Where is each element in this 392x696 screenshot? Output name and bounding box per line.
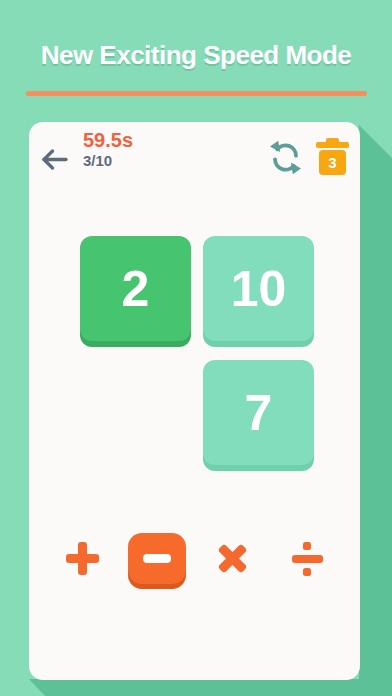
number-tile-2[interactable]: 2	[80, 236, 191, 341]
banner-underline	[26, 91, 367, 96]
operator-add-button[interactable]	[52, 530, 112, 587]
divide-dot-bottom	[303, 568, 311, 576]
refresh-icon	[270, 140, 301, 175]
trash-count-badge: 3	[328, 154, 336, 171]
tile-board: 2 10 7	[80, 236, 314, 471]
number-tile-10[interactable]: 10	[203, 236, 314, 341]
operator-multiply-button[interactable]	[202, 530, 262, 587]
number-tile-7[interactable]: 7	[203, 360, 314, 465]
divide-dot-top	[303, 542, 311, 550]
back-button[interactable]	[41, 148, 68, 171]
game-card: 59.5s 3/10 3	[29, 122, 360, 680]
trash-body: 3	[319, 150, 346, 175]
operator-divide-button[interactable]	[277, 530, 337, 587]
refresh-button[interactable]	[270, 140, 301, 175]
trash-button[interactable]: 3	[316, 138, 349, 178]
divide-bar	[292, 555, 323, 563]
multiply-icon	[209, 535, 256, 582]
timer-block: 59.5s 3/10	[83, 128, 133, 169]
divide-icon	[292, 542, 323, 576]
banner-title: New Exciting Speed Mode	[0, 40, 392, 71]
back-arrow-icon	[41, 148, 68, 171]
round-progress: 3/10	[83, 152, 133, 169]
app-screen: New Exciting Speed Mode 59.5s 3/10	[0, 0, 392, 696]
operator-subtract-button-selected[interactable]	[127, 530, 187, 587]
minus-icon	[143, 554, 171, 563]
operator-row	[29, 530, 360, 587]
plus-icon	[66, 542, 99, 575]
trash-icon: 3	[316, 138, 349, 175]
trash-lid	[316, 142, 349, 148]
minus-selected-square	[128, 533, 186, 584]
timer-value: 59.5s	[83, 128, 133, 152]
